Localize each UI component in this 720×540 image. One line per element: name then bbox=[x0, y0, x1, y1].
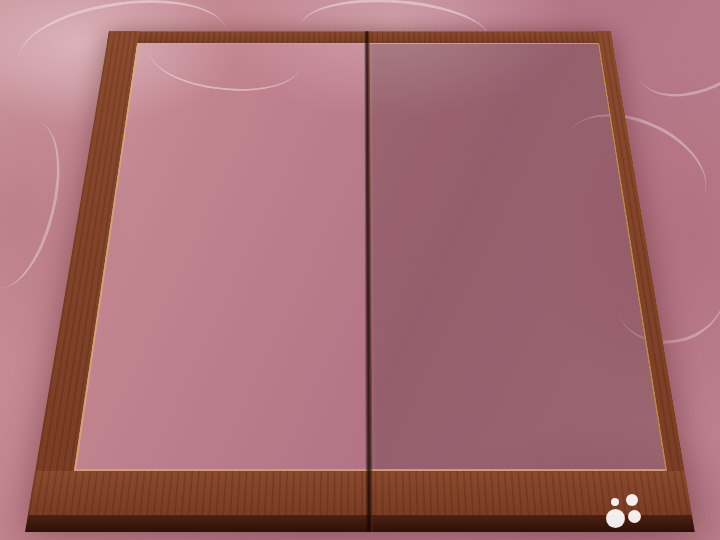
perspective-scene bbox=[0, 0, 720, 540]
board-bottom-border bbox=[28, 471, 692, 515]
photo-stage bbox=[0, 0, 720, 540]
board-side-edge bbox=[25, 515, 695, 532]
avito-watermark bbox=[606, 492, 651, 532]
board-top-border bbox=[107, 31, 613, 43]
chess-board bbox=[25, 31, 695, 532]
avito-logo-icon bbox=[606, 492, 646, 532]
